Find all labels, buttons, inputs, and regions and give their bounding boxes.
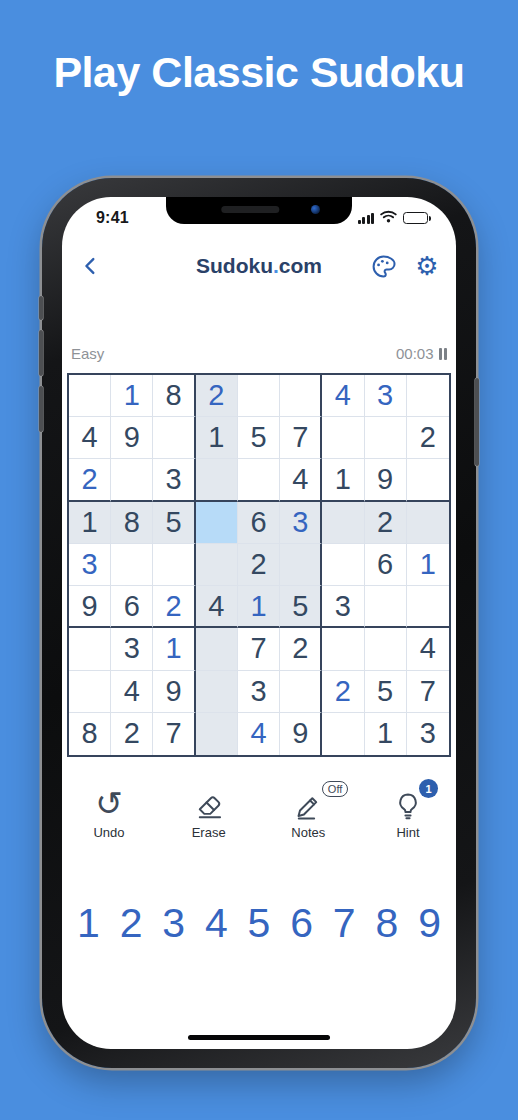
cell-r3c3[interactable]: 3 bbox=[153, 459, 195, 501]
cell-r4c1[interactable]: 1 bbox=[69, 502, 111, 544]
cell-r6c6[interactable]: 5 bbox=[280, 586, 322, 628]
speaker-slot bbox=[221, 206, 279, 213]
notes-button[interactable]: Off Notes bbox=[276, 785, 340, 840]
cell-r2c8[interactable] bbox=[365, 417, 407, 459]
cell-r5c8[interactable]: 6 bbox=[365, 544, 407, 586]
cell-r2c5[interactable]: 5 bbox=[238, 417, 280, 459]
cell-r5c4[interactable] bbox=[196, 544, 238, 586]
cell-r7c6[interactable]: 2 bbox=[280, 628, 322, 670]
cell-r6c9[interactable] bbox=[407, 586, 449, 628]
wifi-icon bbox=[380, 209, 397, 227]
cell-r7c2[interactable]: 3 bbox=[111, 628, 153, 670]
cell-r2c7[interactable] bbox=[322, 417, 364, 459]
cell-r1c8[interactable]: 3 bbox=[365, 375, 407, 417]
timer-text: 00:03 bbox=[396, 345, 434, 362]
cell-r2c9[interactable]: 2 bbox=[407, 417, 449, 459]
cell-r9c6[interactable]: 9 bbox=[280, 713, 322, 755]
cell-r8c1[interactable] bbox=[69, 671, 111, 713]
cell-r8c4[interactable] bbox=[196, 671, 238, 713]
numpad-6[interactable]: 6 bbox=[290, 903, 313, 944]
cell-r1c6[interactable] bbox=[280, 375, 322, 417]
phone-screen: 9:41 bbox=[62, 197, 456, 1049]
mute-switch bbox=[39, 296, 43, 320]
cell-r6c2[interactable]: 6 bbox=[111, 586, 153, 628]
sudoku-board: 1824349157223419185632326196241533172449… bbox=[67, 373, 451, 757]
eraser-icon bbox=[193, 785, 225, 821]
nav-bar: Sudoku.com ⚙ bbox=[62, 245, 456, 287]
volume-down-button bbox=[39, 386, 43, 432]
cell-r1c4[interactable]: 2 bbox=[196, 375, 238, 417]
game-header: Easy 00:03 bbox=[62, 345, 456, 362]
cell-r3c9[interactable] bbox=[407, 459, 449, 501]
cell-r2c4[interactable]: 1 bbox=[196, 417, 238, 459]
cell-r5c2[interactable] bbox=[111, 544, 153, 586]
cell-r8c3[interactable]: 9 bbox=[153, 671, 195, 713]
cell-r9c2[interactable]: 2 bbox=[111, 713, 153, 755]
cell-r1c2[interactable]: 1 bbox=[111, 375, 153, 417]
cell-r4c3[interactable]: 5 bbox=[153, 502, 195, 544]
cell-r9c7[interactable] bbox=[322, 713, 364, 755]
cell-r3c7[interactable]: 1 bbox=[322, 459, 364, 501]
numpad-9[interactable]: 9 bbox=[418, 903, 441, 944]
numpad-7[interactable]: 7 bbox=[333, 903, 356, 944]
cell-r5c6[interactable] bbox=[280, 544, 322, 586]
cell-r7c7[interactable] bbox=[322, 628, 364, 670]
clock-text: 9:41 bbox=[96, 209, 129, 227]
cell-r7c4[interactable] bbox=[196, 628, 238, 670]
cell-r5c3[interactable] bbox=[153, 544, 195, 586]
cell-r1c5[interactable] bbox=[238, 375, 280, 417]
difficulty-label: Easy bbox=[71, 345, 104, 362]
cell-r2c1[interactable]: 4 bbox=[69, 417, 111, 459]
cell-r5c7[interactable] bbox=[322, 544, 364, 586]
status-icons bbox=[358, 209, 429, 227]
cell-r3c1[interactable]: 2 bbox=[69, 459, 111, 501]
cell-r4c5[interactable]: 6 bbox=[238, 502, 280, 544]
cell-r6c1[interactable]: 9 bbox=[69, 586, 111, 628]
notes-label: Notes bbox=[291, 825, 325, 840]
number-pad: 123456789 bbox=[62, 903, 456, 944]
notch bbox=[166, 197, 352, 224]
cell-r8c2[interactable]: 4 bbox=[111, 671, 153, 713]
cell-r7c5[interactable]: 7 bbox=[238, 628, 280, 670]
cell-r3c4[interactable] bbox=[196, 459, 238, 501]
cell-r7c1[interactable] bbox=[69, 628, 111, 670]
back-chevron-icon bbox=[80, 255, 102, 277]
cell-r8c5[interactable]: 3 bbox=[238, 671, 280, 713]
cell-r4c4[interactable] bbox=[196, 502, 238, 544]
front-camera bbox=[311, 205, 320, 214]
cell-r2c2[interactable]: 9 bbox=[111, 417, 153, 459]
cell-r5c5[interactable]: 2 bbox=[238, 544, 280, 586]
undo-icon: ↺ bbox=[95, 787, 123, 821]
hint-count-badge: 1 bbox=[419, 779, 438, 798]
cell-r9c4[interactable] bbox=[196, 713, 238, 755]
gear-icon: ⚙ bbox=[415, 253, 438, 279]
cell-r3c5[interactable] bbox=[238, 459, 280, 501]
cell-r4c9[interactable] bbox=[407, 502, 449, 544]
undo-label: Undo bbox=[93, 825, 124, 840]
cell-r8c9[interactable]: 7 bbox=[407, 671, 449, 713]
cell-r5c1[interactable]: 3 bbox=[69, 544, 111, 586]
erase-button[interactable]: Erase bbox=[177, 785, 241, 840]
cell-r9c5[interactable]: 4 bbox=[238, 713, 280, 755]
cell-r9c9[interactable]: 3 bbox=[407, 713, 449, 755]
cell-r1c9[interactable] bbox=[407, 375, 449, 417]
cell-r7c3[interactable]: 1 bbox=[153, 628, 195, 670]
cell-r8c6[interactable] bbox=[280, 671, 322, 713]
power-button bbox=[475, 378, 479, 466]
cell-r6c3[interactable]: 2 bbox=[153, 586, 195, 628]
numpad-5[interactable]: 5 bbox=[248, 903, 271, 944]
cell-r1c3[interactable]: 8 bbox=[153, 375, 195, 417]
cell-r1c7[interactable]: 4 bbox=[322, 375, 364, 417]
back-button[interactable] bbox=[76, 251, 106, 281]
cell-r4c7[interactable] bbox=[322, 502, 364, 544]
app-store-screenshot: { "page": { "title": "Play Classic Sudok… bbox=[0, 0, 518, 1120]
cell-r3c2[interactable] bbox=[111, 459, 153, 501]
hint-label: Hint bbox=[396, 825, 419, 840]
cell-r7c9[interactable]: 4 bbox=[407, 628, 449, 670]
cell-r4c8[interactable]: 2 bbox=[365, 502, 407, 544]
numpad-3[interactable]: 3 bbox=[162, 903, 185, 944]
cell-r6c7[interactable]: 3 bbox=[322, 586, 364, 628]
numpad-2[interactable]: 2 bbox=[120, 903, 143, 944]
home-indicator[interactable] bbox=[188, 1035, 330, 1040]
cell-r1c1[interactable] bbox=[69, 375, 111, 417]
battery-icon bbox=[403, 212, 428, 224]
pause-button[interactable] bbox=[439, 348, 448, 360]
cell-signal-icon bbox=[358, 213, 375, 224]
cell-r9c1[interactable]: 8 bbox=[69, 713, 111, 755]
page-title: Play Classic Sudoku bbox=[0, 48, 518, 97]
settings-button[interactable]: ⚙ bbox=[412, 251, 442, 281]
cell-r6c5[interactable]: 1 bbox=[238, 586, 280, 628]
iphone-frame: 9:41 bbox=[42, 178, 476, 1068]
undo-button[interactable]: ↺ Undo bbox=[77, 785, 141, 840]
cell-r2c6[interactable]: 7 bbox=[280, 417, 322, 459]
numpad-4[interactable]: 4 bbox=[205, 903, 228, 944]
volume-up-button bbox=[39, 330, 43, 376]
pencil-icon bbox=[292, 785, 324, 821]
toolbar: ↺ Undo Erase bbox=[62, 785, 456, 840]
cell-r5c9[interactable]: 1 bbox=[407, 544, 449, 586]
cell-r3c8[interactable]: 9 bbox=[365, 459, 407, 501]
numpad-1[interactable]: 1 bbox=[77, 903, 100, 944]
cell-r6c8[interactable] bbox=[365, 586, 407, 628]
cell-r4c2[interactable]: 8 bbox=[111, 502, 153, 544]
cell-r8c8[interactable]: 5 bbox=[365, 671, 407, 713]
cell-r2c3[interactable] bbox=[153, 417, 195, 459]
theme-palette-button[interactable] bbox=[368, 251, 398, 281]
cell-r3c6[interactable]: 4 bbox=[280, 459, 322, 501]
palette-icon bbox=[370, 253, 397, 280]
notes-off-badge: Off bbox=[322, 781, 348, 797]
hint-button[interactable]: 1 Hint bbox=[376, 785, 440, 840]
cell-r9c8[interactable]: 1 bbox=[365, 713, 407, 755]
cell-r8c7[interactable]: 2 bbox=[322, 671, 364, 713]
cell-r9c3[interactable]: 7 bbox=[153, 713, 195, 755]
cell-r6c4[interactable]: 4 bbox=[196, 586, 238, 628]
cell-r7c8[interactable] bbox=[365, 628, 407, 670]
numpad-8[interactable]: 8 bbox=[375, 903, 398, 944]
cell-r4c6[interactable]: 3 bbox=[280, 502, 322, 544]
erase-label: Erase bbox=[192, 825, 226, 840]
